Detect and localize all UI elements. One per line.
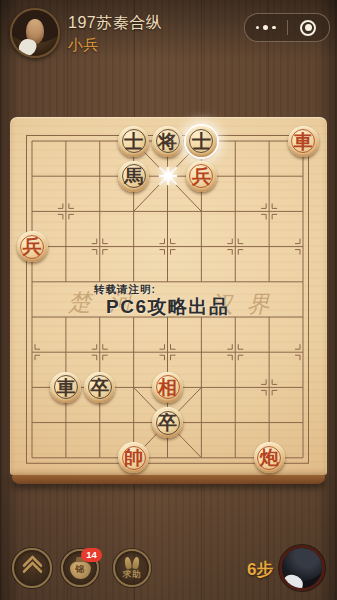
piece-red-soldier[interactable]: 兵 [17, 231, 48, 262]
piece-black-general[interactable]: 将 [152, 126, 183, 157]
exit-miniprogram-button[interactable] [288, 14, 330, 41]
player-avatar [10, 8, 60, 58]
praying-hands-icon [125, 557, 139, 569]
piece-black-soldier[interactable]: 卒 [84, 372, 115, 403]
piece-black-advisor[interactable]: 士 [118, 126, 149, 157]
app-screen: 197苏秦合纵 小兵 楚 河汉 界 士将士車馬兵兵車卒相卒帥炮 转载请注明: P… [0, 0, 337, 600]
ellipsis-dot-icon [272, 26, 276, 30]
watermark-brand: PC6攻略出品 [106, 294, 229, 320]
money-bag-icon: 锦 [70, 561, 91, 579]
help-label: 求助 [123, 569, 142, 581]
circle-target-icon [300, 20, 316, 36]
hint-count-badge: 14 [81, 548, 102, 562]
ask-help-button[interactable]: 求助 [113, 549, 151, 587]
hint-bag-button[interactable]: 锦 14 [61, 549, 99, 587]
piece-red-chariot[interactable]: 車 [288, 126, 319, 157]
wechat-capsule [244, 13, 330, 42]
piece-black-chariot[interactable]: 車 [50, 372, 81, 403]
level-rank: 小兵 [68, 36, 98, 55]
menu-expand-button[interactable] [12, 548, 52, 588]
piece-red-elephant[interactable]: 相 [152, 372, 183, 403]
piece-black-horse[interactable]: 馬 [118, 161, 149, 192]
piece-red-soldier[interactable]: 兵 [186, 161, 217, 192]
more-options-button[interactable] [245, 14, 287, 41]
bag-glyph: 锦 [76, 563, 85, 576]
ellipsis-dot-icon [263, 25, 268, 30]
level-title: 197苏秦合纵 [68, 13, 162, 34]
piece-red-general[interactable]: 帥 [118, 442, 149, 473]
piece-black-soldier[interactable]: 卒 [152, 407, 183, 438]
piece-red-cannon[interactable]: 炮 [254, 442, 285, 473]
piece-black-advisor[interactable]: 士 [186, 126, 217, 157]
ellipsis-dot-icon [256, 26, 260, 30]
steps-counter: 6步 [247, 558, 273, 581]
opponent-avatar [279, 545, 325, 591]
last-move-sparkle-icon [159, 167, 177, 185]
